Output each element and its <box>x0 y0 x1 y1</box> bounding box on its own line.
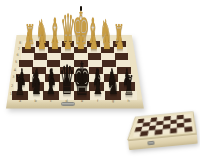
square-r6c2 <box>44 82 59 91</box>
file-label-h: h <box>127 100 129 104</box>
file-label-f: f <box>97 100 98 104</box>
square-r6c6 <box>104 82 119 91</box>
file-label-g: g <box>112 100 114 104</box>
rank-label-8: 8 <box>19 42 21 46</box>
square-r6c3 <box>59 82 74 91</box>
file-label-c: c <box>50 100 52 104</box>
folded-box-checker <box>132 114 191 136</box>
rank-label-3: 3 <box>12 77 14 81</box>
rank-label-5: 5 <box>15 62 17 66</box>
rank-label-2: 2 <box>11 85 13 89</box>
box-square-r3c5 <box>169 128 176 133</box>
white-king-finial <box>80 6 82 11</box>
square-r6c7 <box>119 82 134 91</box>
square-r6c1 <box>29 82 44 91</box>
square-r6c4 <box>74 82 89 91</box>
board-clasp-icon <box>61 102 75 106</box>
file-label-e: e <box>81 100 83 104</box>
chess-set-photo: abcdefgh87654321 ♜♞♝♛♚♝♞♜♟♟♟♟♟♟♟♟♟♟♟♟♟♟♟… <box>0 0 200 161</box>
box-square-r3c6 <box>177 127 184 132</box>
box-clasp-icon <box>146 140 153 145</box>
box-square-r3c7 <box>184 126 192 131</box>
rank-label-6: 6 <box>16 55 18 59</box>
box-square-r3c4 <box>162 128 170 133</box>
folded-board-box <box>124 104 198 151</box>
square-r6c5 <box>89 82 104 91</box>
rank-label-1: 1 <box>10 93 12 97</box>
file-label-a: a <box>19 100 21 104</box>
rank-label-7: 7 <box>18 48 20 52</box>
square-r6c0 <box>14 82 29 91</box>
rank-label-4: 4 <box>14 69 16 73</box>
box-square-r3c3 <box>154 129 162 134</box>
file-label-b: b <box>34 100 36 104</box>
